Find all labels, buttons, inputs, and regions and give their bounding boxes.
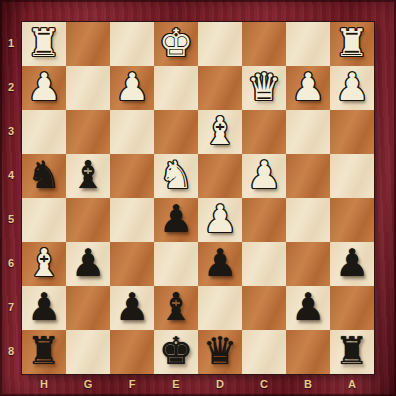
square-f3[interactable] <box>110 110 154 154</box>
square-a4[interactable] <box>330 154 374 198</box>
square-h4[interactable]: ♞ <box>22 154 66 198</box>
square-f7[interactable]: ♟ <box>110 286 154 330</box>
board-frame: ♜♚♜♟♟♛♟♟♝♞♝♞♟♟♟♝♟♟♟♟♟♝♟♜♚♛♜ 12345678 HGF… <box>0 0 396 396</box>
square-d7[interactable] <box>198 286 242 330</box>
rank-label-3: 3 <box>0 110 22 154</box>
black-queen-d8[interactable]: ♛ <box>203 332 237 370</box>
square-d2[interactable] <box>198 66 242 110</box>
file-label-c: C <box>242 373 286 396</box>
file-label-e: E <box>154 373 198 396</box>
square-b6[interactable] <box>286 242 330 286</box>
file-label-f: F <box>110 373 154 396</box>
square-g2[interactable] <box>66 66 110 110</box>
rank-label-1: 1 <box>0 22 22 66</box>
white-king-e1[interactable]: ♚ <box>159 24 193 62</box>
file-label-g: G <box>66 373 110 396</box>
square-g6[interactable]: ♟ <box>66 242 110 286</box>
square-b8[interactable] <box>286 330 330 374</box>
square-c4[interactable]: ♟ <box>242 154 286 198</box>
white-pawn-f2[interactable]: ♟ <box>115 68 149 106</box>
rank-label-4: 4 <box>0 154 22 198</box>
black-pawn-e5[interactable]: ♟ <box>159 200 193 238</box>
square-g5[interactable] <box>66 198 110 242</box>
square-h6[interactable]: ♝ <box>22 242 66 286</box>
square-g7[interactable] <box>66 286 110 330</box>
square-a8[interactable]: ♜ <box>330 330 374 374</box>
white-pawn-b2[interactable]: ♟ <box>291 68 325 106</box>
square-a3[interactable] <box>330 110 374 154</box>
white-pawn-c4[interactable]: ♟ <box>247 156 281 194</box>
square-b2[interactable]: ♟ <box>286 66 330 110</box>
black-pawn-b7[interactable]: ♟ <box>291 288 325 326</box>
square-e6[interactable] <box>154 242 198 286</box>
square-c3[interactable] <box>242 110 286 154</box>
square-a1[interactable]: ♜ <box>330 22 374 66</box>
square-h8[interactable]: ♜ <box>22 330 66 374</box>
square-g3[interactable] <box>66 110 110 154</box>
square-a2[interactable]: ♟ <box>330 66 374 110</box>
black-pawn-g6[interactable]: ♟ <box>71 244 105 282</box>
file-label-a: A <box>330 373 374 396</box>
square-c7[interactable] <box>242 286 286 330</box>
square-f8[interactable] <box>110 330 154 374</box>
square-g1[interactable] <box>66 22 110 66</box>
square-b1[interactable] <box>286 22 330 66</box>
square-d4[interactable] <box>198 154 242 198</box>
square-d3[interactable]: ♝ <box>198 110 242 154</box>
rank-label-6: 6 <box>0 242 22 286</box>
rank-label-8: 8 <box>0 330 22 374</box>
square-f6[interactable] <box>110 242 154 286</box>
square-c6[interactable] <box>242 242 286 286</box>
square-h1[interactable]: ♜ <box>22 22 66 66</box>
file-label-h: H <box>22 373 66 396</box>
square-c5[interactable] <box>242 198 286 242</box>
rank-label-2: 2 <box>0 66 22 110</box>
square-h2[interactable]: ♟ <box>22 66 66 110</box>
chess-board: ♜♚♜♟♟♛♟♟♝♞♝♞♟♟♟♝♟♟♟♟♟♝♟♜♚♛♜ <box>22 22 374 374</box>
square-c2[interactable]: ♛ <box>242 66 286 110</box>
square-d5[interactable]: ♟ <box>198 198 242 242</box>
square-b4[interactable] <box>286 154 330 198</box>
square-f4[interactable] <box>110 154 154 198</box>
white-rook-a1[interactable]: ♜ <box>335 24 369 62</box>
white-rook-h1[interactable]: ♜ <box>27 24 61 62</box>
rank-label-5: 5 <box>0 198 22 242</box>
square-e4[interactable]: ♞ <box>154 154 198 198</box>
black-bishop-g4[interactable]: ♝ <box>71 156 105 194</box>
file-label-b: B <box>286 373 330 396</box>
white-knight-e4[interactable]: ♞ <box>159 156 193 194</box>
white-pawn-h2[interactable]: ♟ <box>27 68 61 106</box>
white-pawn-a2[interactable]: ♟ <box>335 68 369 106</box>
square-c1[interactable] <box>242 22 286 66</box>
square-b7[interactable]: ♟ <box>286 286 330 330</box>
black-pawn-d6[interactable]: ♟ <box>203 244 237 282</box>
square-b5[interactable] <box>286 198 330 242</box>
black-bishop-e7[interactable]: ♝ <box>159 288 193 326</box>
black-rook-a8[interactable]: ♜ <box>335 332 369 370</box>
square-g8[interactable] <box>66 330 110 374</box>
square-c8[interactable] <box>242 330 286 374</box>
white-queen-c2[interactable]: ♛ <box>247 68 281 106</box>
square-d8[interactable]: ♛ <box>198 330 242 374</box>
square-e2[interactable] <box>154 66 198 110</box>
white-pawn-d5[interactable]: ♟ <box>203 200 237 238</box>
square-a7[interactable] <box>330 286 374 330</box>
square-a5[interactable] <box>330 198 374 242</box>
black-pawn-h7[interactable]: ♟ <box>27 288 61 326</box>
square-d1[interactable] <box>198 22 242 66</box>
black-king-e8[interactable]: ♚ <box>159 332 193 370</box>
square-h3[interactable] <box>22 110 66 154</box>
file-label-d: D <box>198 373 242 396</box>
white-bishop-h6[interactable]: ♝ <box>27 244 61 282</box>
square-h7[interactable]: ♟ <box>22 286 66 330</box>
white-bishop-d3[interactable]: ♝ <box>203 112 237 150</box>
square-d6[interactable]: ♟ <box>198 242 242 286</box>
square-f1[interactable] <box>110 22 154 66</box>
square-e3[interactable] <box>154 110 198 154</box>
square-f5[interactable] <box>110 198 154 242</box>
square-b3[interactable] <box>286 110 330 154</box>
square-e7[interactable]: ♝ <box>154 286 198 330</box>
square-a6[interactable]: ♟ <box>330 242 374 286</box>
square-h5[interactable] <box>22 198 66 242</box>
black-rook-h8[interactable]: ♜ <box>27 332 61 370</box>
black-pawn-f7[interactable]: ♟ <box>115 288 149 326</box>
square-e5[interactable]: ♟ <box>154 198 198 242</box>
black-pawn-a6[interactable]: ♟ <box>335 244 369 282</box>
square-f2[interactable]: ♟ <box>110 66 154 110</box>
square-e1[interactable]: ♚ <box>154 22 198 66</box>
rank-label-7: 7 <box>0 286 22 330</box>
square-e8[interactable]: ♚ <box>154 330 198 374</box>
black-knight-h4[interactable]: ♞ <box>27 156 61 194</box>
square-g4[interactable]: ♝ <box>66 154 110 198</box>
